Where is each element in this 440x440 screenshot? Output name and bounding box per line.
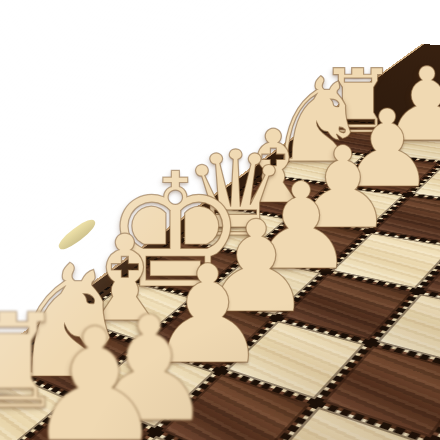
pieces-layer: ♜♞♝♚♛♝♞♜♟♟♟♟♟♟♟♟ bbox=[0, 0, 440, 440]
piece-white-pawn-h2: ♟ bbox=[25, 307, 166, 440]
chess-photo-stage: ♜♞♝♚♛♝♞♜♟♟♟♟♟♟♟♟ bbox=[0, 0, 440, 440]
